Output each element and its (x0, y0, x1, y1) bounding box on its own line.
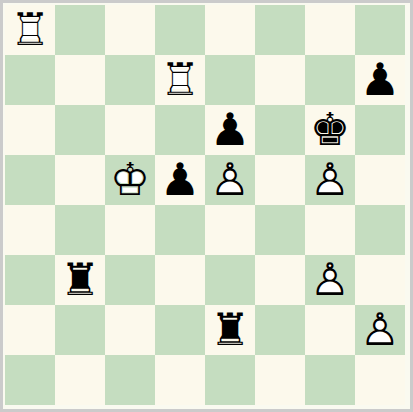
square-d8[interactable] (155, 5, 205, 55)
square-e1[interactable] (205, 355, 255, 405)
square-d2[interactable] (155, 305, 205, 355)
square-c8[interactable] (105, 5, 155, 55)
square-h8[interactable] (355, 5, 405, 55)
square-c7[interactable] (105, 55, 155, 105)
square-g4[interactable] (305, 205, 355, 255)
square-a5[interactable] (5, 155, 55, 205)
square-d7[interactable]: ♜♖ (155, 55, 205, 105)
square-a2[interactable] (5, 305, 55, 355)
square-h5[interactable] (355, 155, 405, 205)
square-c6[interactable] (105, 105, 155, 155)
piece-white-pawn: ♟♙ (355, 305, 405, 355)
square-a1[interactable] (5, 355, 55, 405)
white-rook-outline-glyph: ♖ (5, 5, 55, 55)
square-f7[interactable] (255, 55, 305, 105)
square-b4[interactable] (55, 205, 105, 255)
square-c5[interactable]: ♚♔ (105, 155, 155, 205)
square-h1[interactable] (355, 355, 405, 405)
square-e5[interactable]: ♟♙ (205, 155, 255, 205)
piece-white-pawn: ♟♙ (205, 155, 255, 205)
black-pawn-glyph: ♟ (155, 155, 205, 205)
piece-black-pawn: ♟ (355, 55, 405, 105)
square-f4[interactable] (255, 205, 305, 255)
square-a6[interactable] (5, 105, 55, 155)
square-f2[interactable] (255, 305, 305, 355)
square-f6[interactable] (255, 105, 305, 155)
black-pawn-glyph: ♟ (355, 55, 405, 105)
square-b6[interactable] (55, 105, 105, 155)
chess-board: ♜♖♜♖♟♟♚♚♔♟♟♙♟♙♜♟♙♜♟♙ (5, 5, 405, 405)
board-frame: ♜♖♜♖♟♟♚♚♔♟♟♙♟♙♜♟♙♜♟♙ (0, 0, 413, 412)
square-h7[interactable]: ♟ (355, 55, 405, 105)
square-c4[interactable] (105, 205, 155, 255)
piece-black-rook: ♜ (55, 255, 105, 305)
square-g6[interactable]: ♚ (305, 105, 355, 155)
square-b8[interactable] (55, 5, 105, 55)
square-f3[interactable] (255, 255, 305, 305)
square-h2[interactable]: ♟♙ (355, 305, 405, 355)
black-rook-glyph: ♜ (205, 305, 255, 355)
square-h6[interactable] (355, 105, 405, 155)
white-pawn-outline-glyph: ♙ (305, 155, 355, 205)
square-g1[interactable] (305, 355, 355, 405)
square-e8[interactable] (205, 5, 255, 55)
piece-white-pawn: ♟♙ (305, 255, 355, 305)
piece-white-king: ♚♔ (105, 155, 155, 205)
square-e3[interactable] (205, 255, 255, 305)
square-d4[interactable] (155, 205, 205, 255)
white-pawn-outline-glyph: ♙ (355, 305, 405, 355)
square-g5[interactable]: ♟♙ (305, 155, 355, 205)
square-g8[interactable] (305, 5, 355, 55)
white-king-outline-glyph: ♔ (105, 155, 155, 205)
square-f1[interactable] (255, 355, 305, 405)
piece-white-rook: ♜♖ (155, 55, 205, 105)
square-e6[interactable]: ♟ (205, 105, 255, 155)
square-b7[interactable] (55, 55, 105, 105)
square-a8[interactable]: ♜♖ (5, 5, 55, 55)
square-b2[interactable] (55, 305, 105, 355)
square-e7[interactable] (205, 55, 255, 105)
white-rook-outline-glyph: ♖ (155, 55, 205, 105)
square-g2[interactable] (305, 305, 355, 355)
square-d1[interactable] (155, 355, 205, 405)
piece-white-pawn: ♟♙ (305, 155, 355, 205)
square-h4[interactable] (355, 205, 405, 255)
square-b3[interactable]: ♜ (55, 255, 105, 305)
square-a7[interactable] (5, 55, 55, 105)
black-pawn-glyph: ♟ (205, 105, 255, 155)
piece-black-pawn: ♟ (155, 155, 205, 205)
square-b5[interactable] (55, 155, 105, 205)
black-rook-glyph: ♜ (55, 255, 105, 305)
white-pawn-outline-glyph: ♙ (205, 155, 255, 205)
piece-white-rook: ♜♖ (5, 5, 55, 55)
white-pawn-outline-glyph: ♙ (305, 255, 355, 305)
piece-black-rook: ♜ (205, 305, 255, 355)
square-e4[interactable] (205, 205, 255, 255)
square-c3[interactable] (105, 255, 155, 305)
square-d5[interactable]: ♟ (155, 155, 205, 205)
square-c1[interactable] (105, 355, 155, 405)
square-d6[interactable] (155, 105, 205, 155)
square-g3[interactable]: ♟♙ (305, 255, 355, 305)
square-f8[interactable] (255, 5, 305, 55)
square-e2[interactable]: ♜ (205, 305, 255, 355)
square-g7[interactable] (305, 55, 355, 105)
black-king-glyph: ♚ (305, 105, 355, 155)
square-d3[interactable] (155, 255, 205, 305)
square-f5[interactable] (255, 155, 305, 205)
piece-black-king: ♚ (305, 105, 355, 155)
square-b1[interactable] (55, 355, 105, 405)
square-c2[interactable] (105, 305, 155, 355)
piece-black-pawn: ♟ (205, 105, 255, 155)
square-a3[interactable] (5, 255, 55, 305)
square-h3[interactable] (355, 255, 405, 305)
square-a4[interactable] (5, 205, 55, 255)
